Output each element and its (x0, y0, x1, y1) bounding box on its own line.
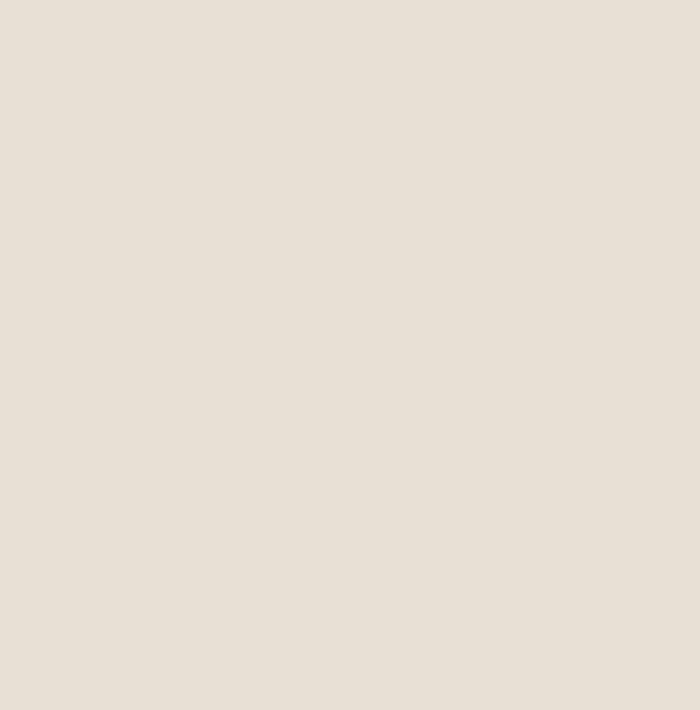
chess-board (0, 0, 700, 710)
chess-board-container (0, 0, 700, 710)
